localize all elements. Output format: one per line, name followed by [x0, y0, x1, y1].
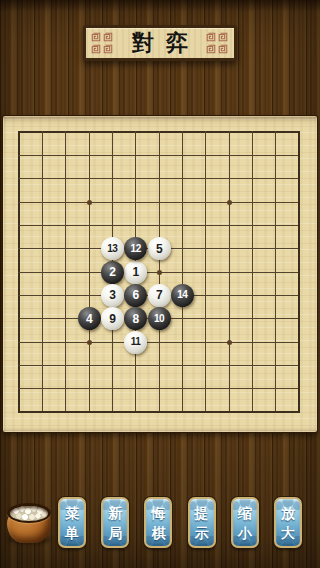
star-point: [157, 270, 162, 275]
stone-12: 12: [124, 237, 147, 260]
stone-8: 8: [124, 307, 147, 330]
stone-4: 4: [78, 307, 101, 330]
new-game-button[interactable]: 新局: [101, 497, 129, 548]
grid-line: [182, 131, 183, 413]
stone-2: 2: [101, 261, 124, 284]
stone-9: 9: [101, 307, 124, 330]
zoom-out-button[interactable]: 缩小: [231, 497, 259, 548]
stone-14: 14: [171, 284, 194, 307]
page-title: 對弈: [114, 28, 218, 58]
grid-line: [205, 131, 206, 413]
app-screen: 對弈 1234567891011121314 菜单 新局 悔棋 提示 缩小 放大: [0, 0, 320, 568]
grid-line: [18, 411, 300, 413]
stone-10: 10: [148, 307, 171, 330]
game-board: 1234567891011121314: [3, 116, 317, 432]
undo-button[interactable]: 悔棋: [144, 497, 172, 548]
grid-line: [275, 131, 276, 413]
grid-line: [229, 131, 230, 413]
menu-button[interactable]: 菜单: [58, 497, 86, 548]
stone-1: 1: [124, 261, 147, 284]
bowl-white-stones: [10, 506, 48, 521]
grid-line: [18, 365, 300, 366]
grid-line: [18, 388, 300, 389]
zoom-in-button[interactable]: 放大: [274, 497, 302, 548]
stone-13: 13: [101, 237, 124, 260]
stone-7: 7: [148, 284, 171, 307]
star-point: [87, 200, 92, 205]
greek-spiral-ornament-left: [91, 32, 114, 55]
stone-bowl-icon: [6, 500, 52, 545]
star-point: [227, 200, 232, 205]
star-point: [87, 340, 92, 345]
grid-line: [298, 131, 300, 413]
stone-6: 6: [124, 284, 147, 307]
toolbar: 菜单 新局 悔棋 提示 缩小 放大: [58, 497, 302, 548]
title-plaque: 對弈: [83, 25, 237, 61]
board-grid[interactable]: 1234567891011121314: [19, 132, 299, 412]
stone-3: 3: [101, 284, 124, 307]
stone-11: 11: [124, 331, 147, 354]
star-point: [227, 340, 232, 345]
greek-spiral-ornament-right: [206, 32, 229, 55]
hint-button[interactable]: 提示: [188, 497, 216, 548]
grid-line: [252, 131, 253, 413]
grid-line: [18, 342, 300, 343]
stone-5: 5: [148, 237, 171, 260]
